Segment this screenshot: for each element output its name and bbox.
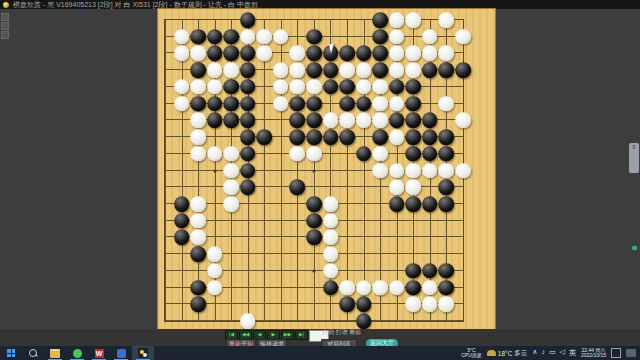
white-stone <box>455 113 471 129</box>
left-toolbar-icon[interactable] <box>1 22 9 30</box>
black-stone <box>406 96 422 112</box>
star-point <box>313 269 316 272</box>
black-stone <box>257 129 273 145</box>
white-stone <box>240 313 256 329</box>
white-stone <box>406 163 422 179</box>
black-stone <box>240 113 256 129</box>
white-stone <box>455 29 471 45</box>
tray-icon[interactable]: ♪ <box>541 348 545 358</box>
white-stone <box>190 146 206 162</box>
white-stone <box>439 296 455 312</box>
system-tray: 5°C CPU温度 18°C 多云 ∧♪▭◁英 22:44 周六 2022/10… <box>461 348 640 359</box>
black-stone <box>422 196 438 212</box>
white-stone <box>207 62 223 78</box>
weather-widget[interactable]: 18°C 多云 <box>487 349 528 358</box>
white-stone <box>190 113 206 129</box>
white-stone <box>257 46 273 62</box>
black-stone <box>223 96 239 112</box>
black-stone <box>439 196 455 212</box>
white-stone <box>372 96 388 112</box>
white-stone <box>273 62 289 78</box>
black-stone <box>389 79 405 95</box>
white-stone <box>223 146 239 162</box>
black-stone <box>439 129 455 145</box>
black-stone <box>323 62 339 78</box>
white-stone <box>323 246 339 262</box>
black-stone <box>306 230 322 246</box>
black-stone <box>422 263 438 279</box>
white-stone <box>223 179 239 195</box>
tray-icon[interactable]: ◁ <box>560 348 565 358</box>
black-stone <box>323 129 339 145</box>
white-stone <box>422 29 438 45</box>
white-stone <box>439 46 455 62</box>
taskbar-clock[interactable]: 22:44 周六 2022/10/15 <box>581 348 606 359</box>
white-stone <box>290 146 306 162</box>
black-stone <box>290 96 306 112</box>
white-stone <box>223 62 239 78</box>
black-stone <box>356 46 372 62</box>
white-stone <box>290 62 306 78</box>
black-stone <box>372 46 388 62</box>
black-stone <box>290 113 306 129</box>
white-stone <box>406 296 422 312</box>
white-stone <box>339 113 355 129</box>
black-stone <box>323 79 339 95</box>
black-stone <box>240 163 256 179</box>
black-stone <box>306 113 322 129</box>
left-toolbar-icon[interactable] <box>1 31 9 39</box>
white-stone <box>356 62 372 78</box>
black-stone <box>190 62 206 78</box>
black-stone <box>223 29 239 45</box>
tray-icon[interactable]: 英 <box>569 348 576 358</box>
move-nav-row: |◀◀◀◀▶▶▶▶| <box>225 330 329 338</box>
control-bar: |◀◀◀◀▶▶▶▶| 自动 打谱 最前 重新开始 悔棋请求 对局列表 返回大厅 <box>0 329 640 346</box>
white-stone <box>422 163 438 179</box>
black-stone <box>190 296 206 312</box>
white-stone <box>389 29 405 45</box>
white-stone <box>372 79 388 95</box>
white-stone <box>190 129 206 145</box>
white-stone <box>389 12 405 28</box>
black-stone <box>422 146 438 162</box>
white-stone <box>190 46 206 62</box>
white-stone <box>356 113 372 129</box>
white-stone <box>439 163 455 179</box>
black-stone <box>240 179 256 195</box>
go-app-icon <box>138 348 148 358</box>
white-stone <box>372 113 388 129</box>
white-stone <box>207 280 223 296</box>
star-point <box>313 169 316 172</box>
black-stone <box>372 29 388 45</box>
black-stone <box>190 29 206 45</box>
black-stone <box>190 96 206 112</box>
tray-icons: ∧♪▭◁英 <box>532 348 576 358</box>
black-stone <box>223 46 239 62</box>
messenger-icon <box>73 349 82 358</box>
sidebar-indicator <box>632 246 637 250</box>
white-stone <box>389 62 405 78</box>
black-stone <box>207 29 223 45</box>
white-stone <box>174 96 190 112</box>
black-stone <box>240 146 256 162</box>
black-stone <box>439 62 455 78</box>
windows-start-icon <box>7 349 15 357</box>
left-toolbar-icon[interactable] <box>1 13 9 21</box>
white-stone <box>389 179 405 195</box>
white-stone <box>207 146 223 162</box>
black-stone <box>406 113 422 129</box>
black-stone <box>339 96 355 112</box>
white-stone <box>190 79 206 95</box>
white-stone <box>372 163 388 179</box>
black-stone <box>406 129 422 145</box>
black-stone <box>422 129 438 145</box>
taskbar-app-go-active[interactable] <box>132 346 154 360</box>
black-stone <box>240 62 256 78</box>
white-stone <box>372 280 388 296</box>
white-stone <box>323 213 339 229</box>
paint-icon <box>117 349 126 358</box>
white-stone <box>190 230 206 246</box>
taskbar-app-folder[interactable] <box>44 346 66 360</box>
black-stone <box>240 96 256 112</box>
black-stone <box>190 280 206 296</box>
black-stone <box>372 12 388 28</box>
show-desktop-icon[interactable] <box>626 349 636 357</box>
white-stone <box>273 79 289 95</box>
black-stone <box>372 62 388 78</box>
white-stone <box>273 96 289 112</box>
white-stone <box>174 79 190 95</box>
black-stone <box>306 213 322 229</box>
tray-icon[interactable]: ∧ <box>532 348 537 358</box>
white-stone <box>323 230 339 246</box>
white-stone <box>406 179 422 195</box>
search-icon <box>29 349 37 357</box>
white-stone <box>339 280 355 296</box>
white-stone <box>207 79 223 95</box>
black-stone <box>240 79 256 95</box>
white-stone <box>190 213 206 229</box>
taskbar: W 5°C CPU温度 18°C 多云 ∧♪▭◁英 22:44 周六 2022/… <box>0 346 640 360</box>
white-stone <box>455 163 471 179</box>
white-stone <box>190 196 206 212</box>
taskbar-app-paint[interactable] <box>110 346 132 360</box>
word-icon: W <box>95 349 104 358</box>
black-stone <box>306 62 322 78</box>
black-stone <box>207 46 223 62</box>
cpu-temp-widget[interactable]: 5°C CPU温度 <box>461 348 482 359</box>
black-stone <box>439 146 455 162</box>
black-stone <box>207 113 223 129</box>
white-stone <box>306 79 322 95</box>
app-window: 棋盘欣赏 - 黑 V169405213 [2段] 对 白 XI531 [2段] … <box>0 0 640 360</box>
white-stone <box>257 29 273 45</box>
mini-labels: 自动 打谱 最前 <box>322 329 361 336</box>
black-stone <box>406 280 422 296</box>
black-stone <box>240 12 256 28</box>
black-stone <box>439 280 455 296</box>
app-icon <box>3 2 9 8</box>
white-stone <box>389 163 405 179</box>
black-stone <box>240 129 256 145</box>
black-stone <box>174 213 190 229</box>
black-stone <box>223 79 239 95</box>
black-stone <box>174 196 190 212</box>
go-board[interactable] <box>157 8 496 337</box>
black-stone <box>240 46 256 62</box>
black-stone <box>290 179 306 195</box>
white-stone <box>273 29 289 45</box>
white-stone <box>339 62 355 78</box>
black-stone <box>356 146 372 162</box>
black-stone <box>439 179 455 195</box>
black-stone <box>207 96 223 112</box>
black-stone <box>356 313 372 329</box>
white-stone <box>422 280 438 296</box>
black-stone <box>306 29 322 45</box>
white-stone <box>323 263 339 279</box>
move-nav-button[interactable]: ▶| <box>295 330 308 340</box>
white-stone <box>406 12 422 28</box>
white-stone <box>356 79 372 95</box>
white-stone <box>406 62 422 78</box>
cloud-icon <box>487 350 496 356</box>
black-stone <box>306 96 322 112</box>
sidebar-handle[interactable]: ≡ <box>629 143 639 173</box>
black-stone <box>439 263 455 279</box>
white-stone <box>389 96 405 112</box>
taskbar-app-messenger[interactable] <box>66 346 88 360</box>
black-stone <box>389 196 405 212</box>
white-stone <box>207 246 223 262</box>
white-stone <box>422 46 438 62</box>
white-stone <box>323 113 339 129</box>
black-stone <box>406 79 422 95</box>
black-stone <box>339 129 355 145</box>
white-stone <box>290 46 306 62</box>
white-stone <box>389 280 405 296</box>
board-grid[interactable] <box>164 19 464 322</box>
black-stone <box>290 129 306 145</box>
black-stone <box>339 46 355 62</box>
start-button[interactable] <box>0 346 22 360</box>
white-stone <box>406 46 422 62</box>
black-stone <box>306 46 322 62</box>
white-stone <box>223 163 239 179</box>
star-point <box>213 169 216 172</box>
black-stone <box>406 196 422 212</box>
taskbar-app-word[interactable]: W <box>88 346 110 360</box>
black-stone <box>339 296 355 312</box>
white-stone <box>223 196 239 212</box>
white-stone <box>323 196 339 212</box>
white-stone <box>439 12 455 28</box>
black-stone <box>356 296 372 312</box>
white-stone <box>290 79 306 95</box>
black-stone <box>306 196 322 212</box>
white-stone <box>389 129 405 145</box>
tray-icon[interactable]: ▭ <box>549 348 556 358</box>
black-stone <box>356 96 372 112</box>
black-stone <box>422 62 438 78</box>
black-stone <box>174 230 190 246</box>
action-center-icon[interactable] <box>611 348 621 358</box>
white-stone <box>356 280 372 296</box>
black-stone <box>422 113 438 129</box>
black-stone <box>306 129 322 145</box>
black-stone <box>339 79 355 95</box>
white-stone <box>422 296 438 312</box>
black-stone <box>389 113 405 129</box>
white-stone <box>207 263 223 279</box>
black-stone <box>455 62 471 78</box>
black-stone <box>372 129 388 145</box>
black-stone <box>323 280 339 296</box>
black-stone <box>406 263 422 279</box>
folder-icon <box>50 349 60 358</box>
white-stone <box>372 146 388 162</box>
taskbar-search[interactable] <box>22 346 44 360</box>
white-stone <box>439 96 455 112</box>
black-stone <box>190 246 206 262</box>
black-stone <box>406 146 422 162</box>
white-stone <box>306 146 322 162</box>
white-stone <box>174 29 190 45</box>
white-stone <box>240 29 256 45</box>
white-stone <box>174 46 190 62</box>
black-stone <box>223 113 239 129</box>
white-stone <box>389 46 405 62</box>
